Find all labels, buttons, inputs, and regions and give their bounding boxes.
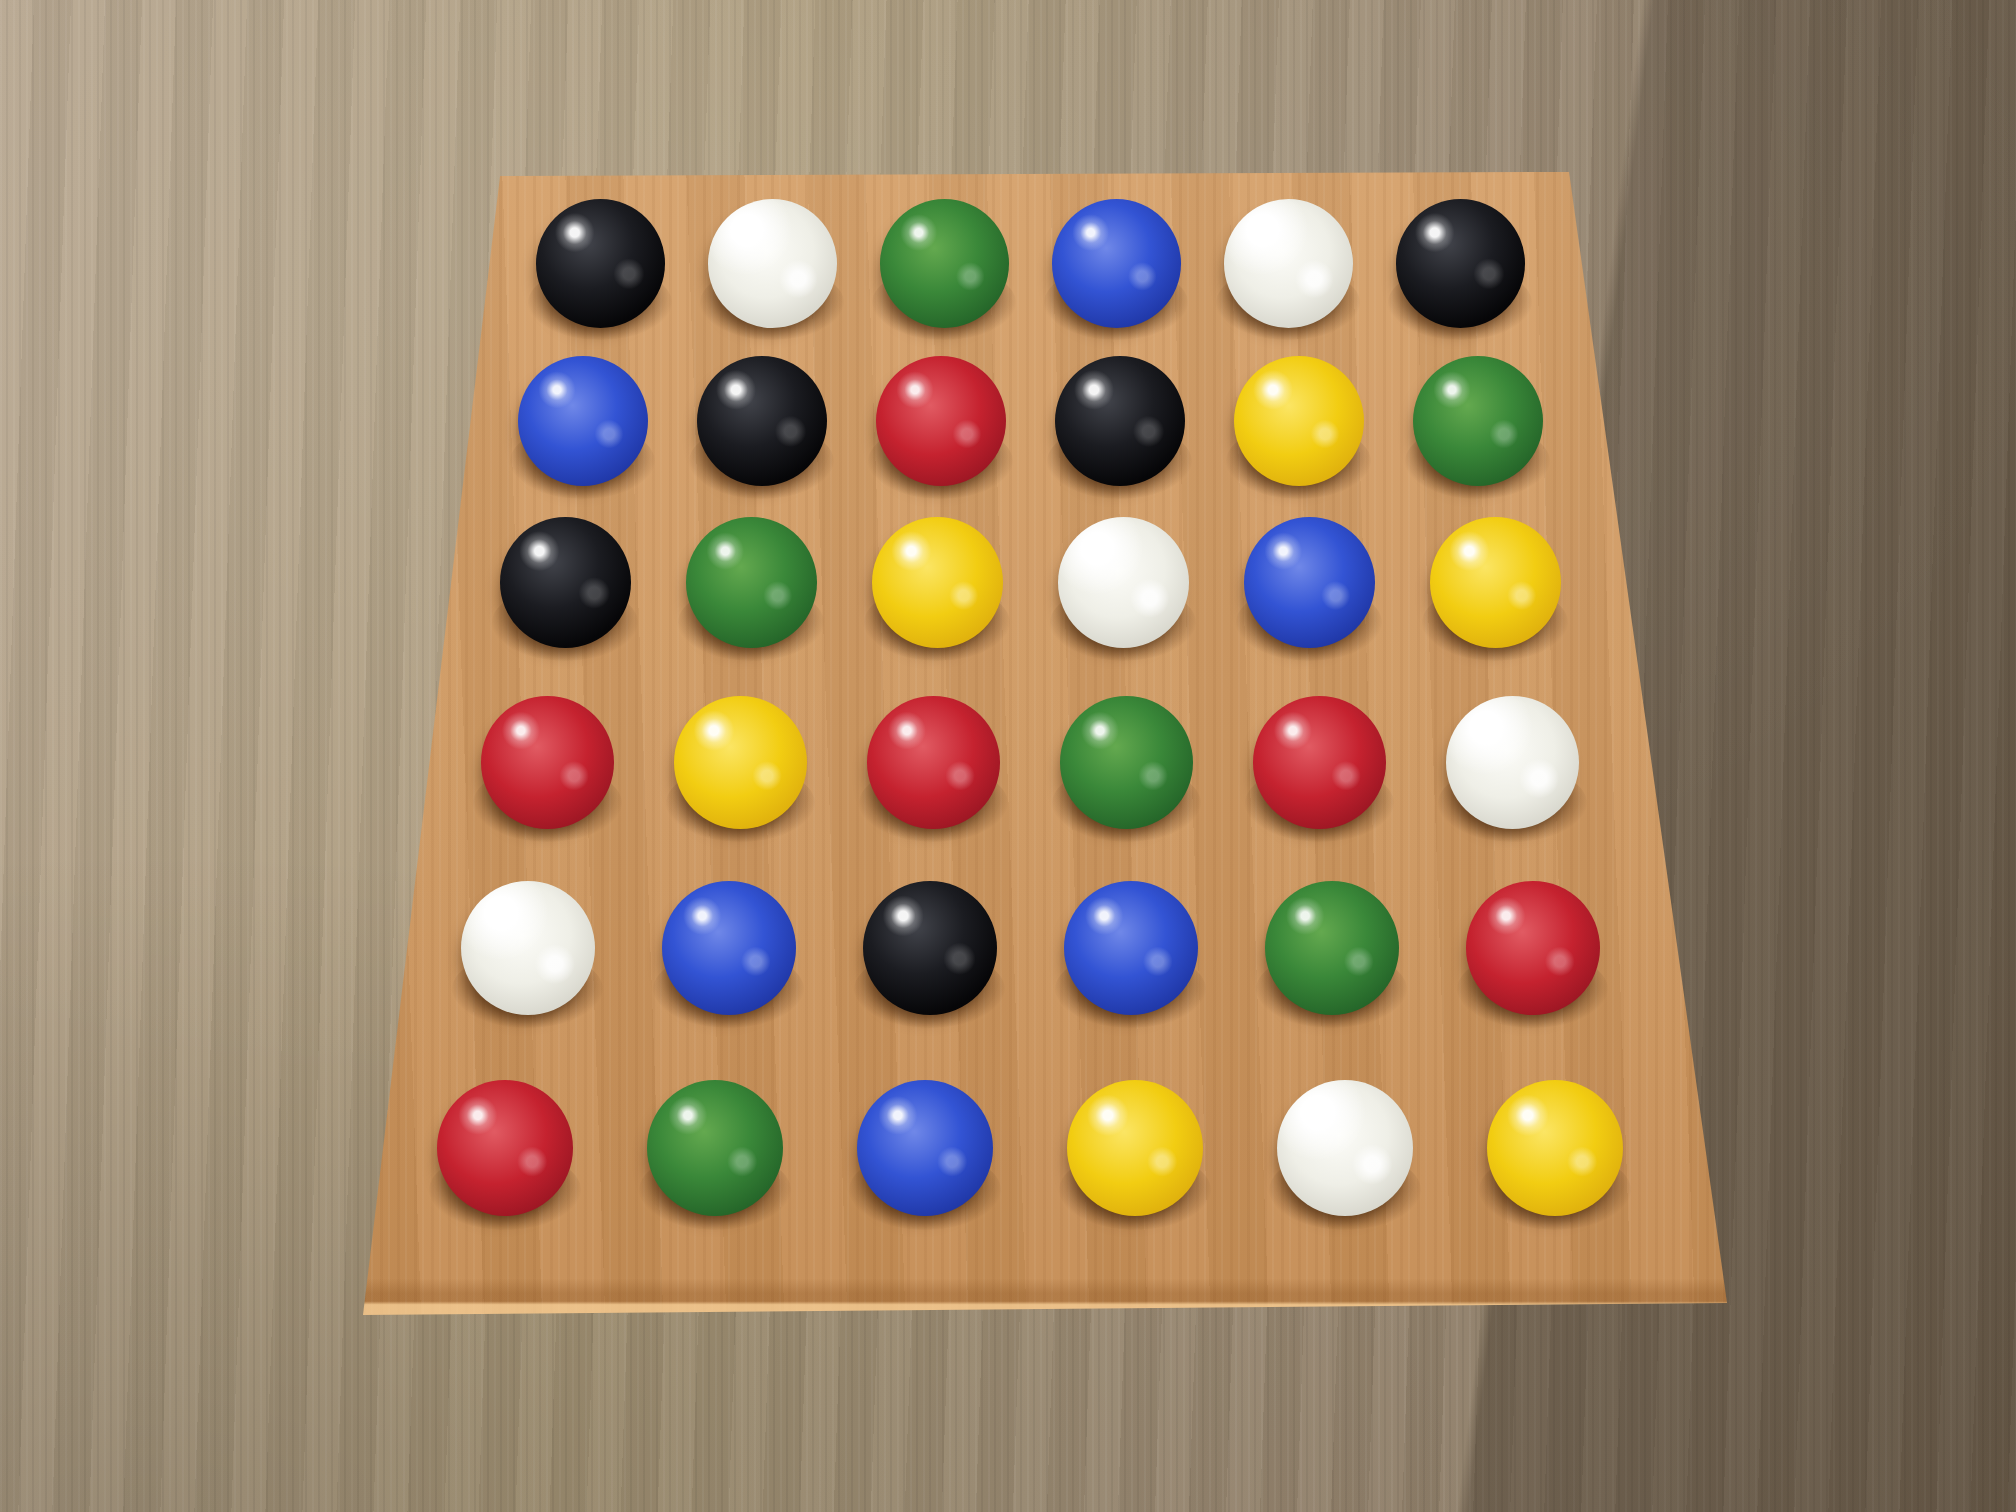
cell-r2c1 [518, 356, 648, 486]
cell-r2c5 [1234, 356, 1364, 486]
cell-r1c2 [708, 199, 837, 328]
cell-r6c6 [1487, 1080, 1623, 1216]
marble-red-r5c6[interactable] [1466, 881, 1600, 1015]
cell-r6c3 [857, 1080, 993, 1216]
marble-black-r5c3[interactable] [863, 881, 997, 1015]
marble-layer [0, 0, 2016, 1512]
cell-r4c4 [1060, 696, 1193, 829]
marble-white-r4c6[interactable] [1446, 696, 1579, 829]
cell-r3c4 [1058, 517, 1189, 648]
cell-r1c4 [1052, 199, 1181, 328]
cell-r1c6 [1396, 199, 1525, 328]
cell-r6c1 [437, 1080, 573, 1216]
cell-r3c5 [1244, 517, 1375, 648]
cell-r4c1 [481, 696, 614, 829]
marble-yellow-r2c5[interactable] [1234, 356, 1364, 486]
cell-r2c3 [876, 356, 1006, 486]
cell-r5c3 [863, 881, 997, 1015]
marble-black-r1c1[interactable] [536, 199, 665, 328]
marble-blue-r3c5[interactable] [1244, 517, 1375, 648]
cell-r2c6 [1413, 356, 1543, 486]
cell-r3c6 [1430, 517, 1561, 648]
cell-r1c3 [880, 199, 1009, 328]
cell-r1c1 [536, 199, 665, 328]
marble-green-r6c2[interactable] [647, 1080, 783, 1216]
cell-r3c2 [686, 517, 817, 648]
marble-yellow-r3c6[interactable] [1430, 517, 1561, 648]
cell-r6c4 [1067, 1080, 1203, 1216]
cell-r3c1 [500, 517, 631, 648]
cell-r4c5 [1253, 696, 1386, 829]
marble-red-r2c3[interactable] [876, 356, 1006, 486]
marble-red-r6c1[interactable] [437, 1080, 573, 1216]
marble-white-r1c5[interactable] [1224, 199, 1353, 328]
marble-black-r2c2[interactable] [697, 356, 827, 486]
marble-red-r4c1[interactable] [481, 696, 614, 829]
marble-white-r5c1[interactable] [461, 881, 595, 1015]
marble-red-r4c5[interactable] [1253, 696, 1386, 829]
marble-yellow-r4c2[interactable] [674, 696, 807, 829]
marble-blue-r6c3[interactable] [857, 1080, 993, 1216]
marble-red-r4c3[interactable] [867, 696, 1000, 829]
marble-blue-r1c4[interactable] [1052, 199, 1181, 328]
marble-white-r1c2[interactable] [708, 199, 837, 328]
marble-yellow-r3c3[interactable] [872, 517, 1003, 648]
cell-r5c6 [1466, 881, 1600, 1015]
marble-green-r5c5[interactable] [1265, 881, 1399, 1015]
marble-blue-r5c4[interactable] [1064, 881, 1198, 1015]
marble-black-r3c1[interactable] [500, 517, 631, 648]
cell-r2c2 [697, 356, 827, 486]
cell-r6c5 [1277, 1080, 1413, 1216]
cell-r4c6 [1446, 696, 1579, 829]
cell-r2c4 [1055, 356, 1185, 486]
cell-r5c5 [1265, 881, 1399, 1015]
cell-r5c4 [1064, 881, 1198, 1015]
marble-black-r1c6[interactable] [1396, 199, 1525, 328]
cell-r4c2 [674, 696, 807, 829]
cell-r5c1 [461, 881, 595, 1015]
marble-yellow-r6c6[interactable] [1487, 1080, 1623, 1216]
marble-yellow-r6c4[interactable] [1067, 1080, 1203, 1216]
marble-green-r4c4[interactable] [1060, 696, 1193, 829]
marble-white-r6c5[interactable] [1277, 1080, 1413, 1216]
table-surface [0, 0, 2016, 1512]
marble-black-r2c4[interactable] [1055, 356, 1185, 486]
marble-green-r3c2[interactable] [686, 517, 817, 648]
marble-green-r2c6[interactable] [1413, 356, 1543, 486]
marble-green-r1c3[interactable] [880, 199, 1009, 328]
cell-r5c2 [662, 881, 796, 1015]
marble-white-r3c4[interactable] [1058, 517, 1189, 648]
cell-r1c5 [1224, 199, 1353, 328]
cell-r3c3 [872, 517, 1003, 648]
marble-blue-r5c2[interactable] [662, 881, 796, 1015]
cell-r6c2 [647, 1080, 783, 1216]
marble-blue-r2c1[interactable] [518, 356, 648, 486]
cell-r4c3 [867, 696, 1000, 829]
